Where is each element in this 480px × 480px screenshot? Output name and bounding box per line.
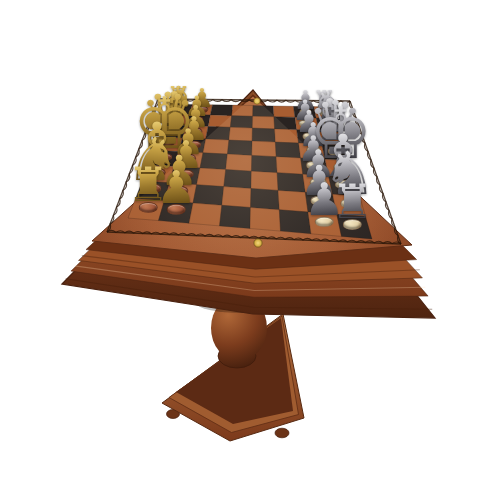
silver-rook-glyph: ♜ — [331, 179, 373, 223]
piece-white-pawn-h2[interactable]: ♟ — [156, 167, 196, 215]
chess-table-photo: ♜♟♟♜♞♟♟♞♝♟♟♝♛♟♟♛♚♟♟♚♝♟♟♝♞♟♟♞♜♟♟♜ — [0, 0, 480, 480]
piece-black-rook-h8[interactable]: ♜ — [331, 179, 373, 229]
pieces-layer: ♜♟♟♜♞♟♟♞♝♟♟♝♛♟♟♛♚♟♟♚♝♟♟♝♞♟♟♞♜♟♟♜ — [0, 0, 480, 480]
gold-pawn-glyph: ♟ — [156, 167, 196, 209]
